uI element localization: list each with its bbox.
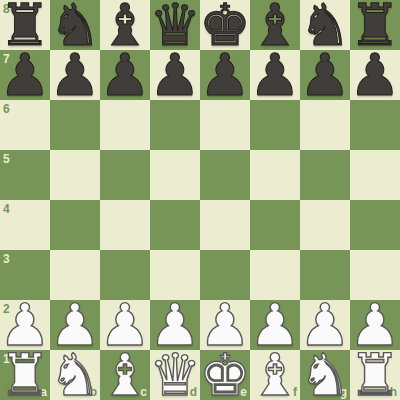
square-f5[interactable] [250, 150, 300, 200]
square-a7[interactable]: 7♟ [0, 50, 50, 100]
piece-white-knight[interactable]: ♞ [300, 350, 350, 400]
rank-label-4: 4 [3, 203, 10, 215]
square-e1[interactable]: e♚ [200, 350, 250, 400]
square-f1[interactable]: f♝ [250, 350, 300, 400]
square-e6[interactable] [200, 100, 250, 150]
square-a1[interactable]: 1a♜ [0, 350, 50, 400]
square-e4[interactable] [200, 200, 250, 250]
square-c1[interactable]: c♝ [100, 350, 150, 400]
piece-white-king[interactable]: ♚ [200, 350, 250, 400]
rank-label-5: 5 [3, 153, 10, 165]
chess-board: 8♜♞♝♛♚♝♞♜7♟♟♟♟♟♟♟♟65432♟♟♟♟♟♟♟♟1a♜b♞c♝d♛… [0, 0, 400, 400]
square-e7[interactable]: ♟ [200, 50, 250, 100]
square-b4[interactable] [50, 200, 100, 250]
square-f7[interactable]: ♟ [250, 50, 300, 100]
piece-white-rook[interactable]: ♜ [350, 350, 400, 400]
square-g1[interactable]: g♞ [300, 350, 350, 400]
square-d1[interactable]: d♛ [150, 350, 200, 400]
square-g6[interactable] [300, 100, 350, 150]
piece-white-queen[interactable]: ♛ [150, 350, 200, 400]
square-d4[interactable] [150, 200, 200, 250]
square-d7[interactable]: ♟ [150, 50, 200, 100]
piece-white-bishop[interactable]: ♝ [250, 350, 300, 400]
piece-black-pawn[interactable]: ♟ [50, 50, 100, 100]
piece-white-knight[interactable]: ♞ [50, 350, 100, 400]
square-d5[interactable] [150, 150, 200, 200]
piece-black-pawn[interactable]: ♟ [100, 50, 150, 100]
piece-black-pawn[interactable]: ♟ [250, 50, 300, 100]
square-h7[interactable]: ♟ [350, 50, 400, 100]
square-g4[interactable] [300, 200, 350, 250]
square-c7[interactable]: ♟ [100, 50, 150, 100]
square-b6[interactable] [50, 100, 100, 150]
square-a5[interactable]: 5 [0, 150, 50, 200]
square-f6[interactable] [250, 100, 300, 150]
square-a6[interactable]: 6 [0, 100, 50, 150]
square-e5[interactable] [200, 150, 250, 200]
square-c6[interactable] [100, 100, 150, 150]
square-h1[interactable]: h♜ [350, 350, 400, 400]
square-h5[interactable] [350, 150, 400, 200]
square-h4[interactable] [350, 200, 400, 250]
square-c4[interactable] [100, 200, 150, 250]
piece-black-pawn[interactable]: ♟ [150, 50, 200, 100]
square-g5[interactable] [300, 150, 350, 200]
square-d6[interactable] [150, 100, 200, 150]
piece-black-pawn[interactable]: ♟ [200, 50, 250, 100]
square-b7[interactable]: ♟ [50, 50, 100, 100]
square-b1[interactable]: b♞ [50, 350, 100, 400]
piece-black-pawn[interactable]: ♟ [300, 50, 350, 100]
piece-black-pawn[interactable]: ♟ [0, 50, 50, 100]
piece-white-bishop[interactable]: ♝ [100, 350, 150, 400]
square-a4[interactable]: 4 [0, 200, 50, 250]
rank-label-3: 3 [3, 253, 10, 265]
square-b5[interactable] [50, 150, 100, 200]
square-f4[interactable] [250, 200, 300, 250]
square-h6[interactable] [350, 100, 400, 150]
rank-label-6: 6 [3, 103, 10, 115]
piece-white-rook[interactable]: ♜ [0, 350, 50, 400]
piece-black-pawn[interactable]: ♟ [350, 50, 400, 100]
square-c5[interactable] [100, 150, 150, 200]
square-g7[interactable]: ♟ [300, 50, 350, 100]
